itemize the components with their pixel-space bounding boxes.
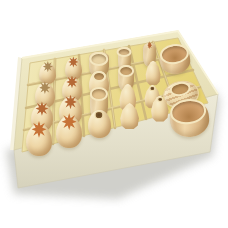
nozzle-cup	[158, 43, 192, 75]
nozzle-star-orange	[56, 116, 82, 148]
tip-hole	[95, 111, 104, 119]
star-cut	[35, 101, 48, 115]
tube-opening	[118, 65, 134, 77]
tube-opening	[92, 71, 106, 82]
nozzle-round-hole	[88, 110, 112, 139]
nozzle-star-orange	[26, 124, 52, 156]
tube-opening	[117, 47, 132, 58]
tube-opening	[159, 42, 190, 66]
tube-opening	[169, 80, 192, 98]
tube-opening	[89, 52, 108, 67]
nozzle-layer	[0, 0, 228, 228]
tube-opening	[90, 87, 108, 100]
nozzle-star	[39, 63, 56, 85]
star-cut	[39, 81, 50, 94]
piping-tip-set-photo	[0, 0, 228, 228]
star-cut	[64, 95, 77, 109]
tip-hole	[157, 97, 163, 102]
star-cut	[62, 113, 77, 130]
star-cut	[147, 41, 152, 49]
star-cut	[68, 56, 78, 67]
star-cut	[31, 121, 46, 138]
star-cut	[43, 61, 53, 72]
star-cut	[66, 76, 77, 89]
nozzle-star-marked	[65, 58, 82, 80]
tip-hole	[150, 86, 155, 91]
